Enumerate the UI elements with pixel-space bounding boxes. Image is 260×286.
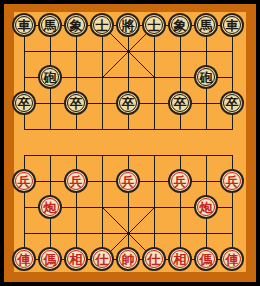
piece-glyph: 士	[96, 19, 109, 32]
piece-glyph: 士	[148, 19, 161, 32]
piece-red-elephant[interactable]: 相	[64, 247, 88, 271]
piece-glyph: 帥	[122, 253, 135, 266]
piece-red-chariot[interactable]: 俥	[12, 247, 36, 271]
piece-glyph: 兵	[122, 175, 135, 188]
piece-black-soldier[interactable]: 卒	[116, 91, 140, 115]
piece-black-chariot[interactable]: 車	[220, 13, 244, 37]
piece-red-advisor[interactable]: 仕	[90, 247, 114, 271]
piece-glyph: 兵	[226, 175, 239, 188]
piece-black-cannon[interactable]: 砲	[194, 65, 218, 89]
piece-black-horse[interactable]: 馬	[194, 13, 218, 37]
piece-red-general[interactable]: 帥	[116, 247, 140, 271]
piece-black-chariot[interactable]: 車	[12, 13, 36, 37]
piece-glyph: 卒	[122, 97, 135, 110]
piece-glyph: 傌	[200, 253, 213, 266]
piece-black-advisor[interactable]: 士	[142, 13, 166, 37]
piece-black-advisor[interactable]: 士	[90, 13, 114, 37]
piece-glyph: 兵	[70, 175, 83, 188]
piece-red-cannon[interactable]: 炮	[38, 195, 62, 219]
piece-black-soldier[interactable]: 卒	[12, 91, 36, 115]
piece-glyph: 象	[174, 19, 187, 32]
piece-glyph: 兵	[18, 175, 31, 188]
piece-glyph: 卒	[18, 97, 31, 110]
board-frame: 車馬象士將士象馬車砲砲卒卒卒卒卒兵兵兵兵兵炮炮俥傌相仕帥仕相傌俥	[4, 4, 256, 282]
piece-glyph: 砲	[200, 71, 213, 84]
piece-red-horse[interactable]: 傌	[194, 247, 218, 271]
piece-red-soldier[interactable]: 兵	[168, 169, 192, 193]
piece-black-elephant[interactable]: 象	[168, 13, 192, 37]
piece-glyph: 仕	[96, 253, 109, 266]
piece-black-general[interactable]: 將	[116, 13, 140, 37]
piece-glyph: 卒	[226, 97, 239, 110]
piece-glyph: 相	[174, 253, 187, 266]
piece-glyph: 車	[226, 19, 239, 32]
piece-glyph: 砲	[44, 71, 57, 84]
piece-glyph: 象	[70, 19, 83, 32]
piece-glyph: 兵	[174, 175, 187, 188]
piece-glyph: 卒	[70, 97, 83, 110]
piece-glyph: 馬	[44, 19, 57, 32]
piece-glyph: 將	[122, 19, 135, 32]
piece-red-cannon[interactable]: 炮	[194, 195, 218, 219]
piece-glyph: 俥	[18, 253, 31, 266]
piece-black-cannon[interactable]: 砲	[38, 65, 62, 89]
piece-red-soldier[interactable]: 兵	[64, 169, 88, 193]
piece-red-advisor[interactable]: 仕	[142, 247, 166, 271]
piece-glyph: 俥	[226, 253, 239, 266]
piece-black-soldier[interactable]: 卒	[168, 91, 192, 115]
piece-red-soldier[interactable]: 兵	[116, 169, 140, 193]
piece-black-horse[interactable]: 馬	[38, 13, 62, 37]
board-surface: 車馬象士將士象馬車砲砲卒卒卒卒卒兵兵兵兵兵炮炮俥傌相仕帥仕相傌俥	[14, 12, 246, 272]
piece-black-soldier[interactable]: 卒	[220, 91, 244, 115]
piece-glyph: 炮	[200, 201, 213, 214]
piece-red-chariot[interactable]: 俥	[220, 247, 244, 271]
piece-red-soldier[interactable]: 兵	[12, 169, 36, 193]
piece-glyph: 卒	[174, 97, 187, 110]
piece-glyph: 相	[70, 253, 83, 266]
piece-black-elephant[interactable]: 象	[64, 13, 88, 37]
xiangqi-board: 車馬象士將士象馬車砲砲卒卒卒卒卒兵兵兵兵兵炮炮俥傌相仕帥仕相傌俥	[0, 0, 260, 286]
piece-glyph: 炮	[44, 201, 57, 214]
piece-glyph: 仕	[148, 253, 161, 266]
piece-glyph: 車	[18, 19, 31, 32]
piece-glyph: 傌	[44, 253, 57, 266]
pieces-layer: 車馬象士將士象馬車砲砲卒卒卒卒卒兵兵兵兵兵炮炮俥傌相仕帥仕相傌俥	[14, 12, 246, 272]
piece-red-elephant[interactable]: 相	[168, 247, 192, 271]
piece-red-soldier[interactable]: 兵	[220, 169, 244, 193]
piece-glyph: 馬	[200, 19, 213, 32]
piece-red-horse[interactable]: 傌	[38, 247, 62, 271]
piece-black-soldier[interactable]: 卒	[64, 91, 88, 115]
